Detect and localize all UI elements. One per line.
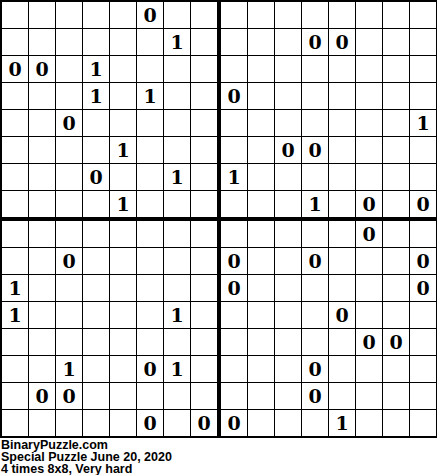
cell-r13c4[interactable] xyxy=(83,329,109,355)
cell-r10c1[interactable] xyxy=(2,248,28,274)
cell-r2c1[interactable] xyxy=(2,29,28,55)
cell-r12c9[interactable] xyxy=(221,302,247,328)
cell-r13c13[interactable] xyxy=(329,329,355,355)
cell-r1c7[interactable] xyxy=(164,2,190,28)
cell-r6c2[interactable] xyxy=(29,137,55,163)
cell-r11c12[interactable] xyxy=(302,275,328,301)
cell-r16c13: 1 xyxy=(329,410,355,436)
cell-r8c12: 1 xyxy=(302,191,328,217)
cell-r2c12: 0 xyxy=(302,29,328,55)
cell-r6c15[interactable] xyxy=(383,137,409,163)
cell-r14c7: 1 xyxy=(164,356,190,382)
cell-r1c12[interactable] xyxy=(302,2,328,28)
cell-r15c10[interactable] xyxy=(248,383,274,409)
cell-r16c2[interactable] xyxy=(29,410,55,436)
cell-r8c5: 1 xyxy=(110,191,136,217)
cell-r3c7[interactable] xyxy=(164,56,190,82)
cell-r15c5[interactable] xyxy=(110,383,136,409)
cell-r7c16[interactable] xyxy=(410,164,436,190)
cell-r6c1[interactable] xyxy=(2,137,28,163)
cell-r14c6: 0 xyxy=(137,356,163,382)
cell-r10c13[interactable] xyxy=(329,248,355,274)
cell-r15c2: 0 xyxy=(29,383,55,409)
cell-r10c4[interactable] xyxy=(83,248,109,274)
cell-r3c10[interactable] xyxy=(248,56,274,82)
cell-r10c5[interactable] xyxy=(110,248,136,274)
cell-r11c5[interactable] xyxy=(110,275,136,301)
cell-r3c3[interactable] xyxy=(56,56,82,82)
cell-r8c10[interactable] xyxy=(248,191,274,217)
cell-r4c3[interactable] xyxy=(56,83,82,109)
cell-r2c10[interactable] xyxy=(248,29,274,55)
cell-r9c3[interactable] xyxy=(56,221,82,247)
cell-r11c1: 1 xyxy=(2,275,28,301)
cell-r10c15[interactable] xyxy=(383,248,409,274)
cell-r14c3: 1 xyxy=(56,356,82,382)
cell-r5c14[interactable] xyxy=(356,110,382,136)
cell-r4c6: 1 xyxy=(137,83,163,109)
cell-r8c1[interactable] xyxy=(2,191,28,217)
cell-r16c1[interactable] xyxy=(2,410,28,436)
cell-r10c16: 0 xyxy=(410,248,436,274)
cell-r3c13[interactable] xyxy=(329,56,355,82)
binary-puzzle-board: 010011101011 0001001100 01111010000 0000… xyxy=(0,0,437,438)
cell-r5c1[interactable] xyxy=(2,110,28,136)
cell-r12c12[interactable] xyxy=(302,302,328,328)
cell-r12c10[interactable] xyxy=(248,302,274,328)
cell-r13c7[interactable] xyxy=(164,329,190,355)
cell-r5c10[interactable] xyxy=(248,110,274,136)
cell-r10c8[interactable] xyxy=(191,248,217,274)
cell-r6c9[interactable] xyxy=(221,137,247,163)
cell-r7c12[interactable] xyxy=(302,164,328,190)
cell-r14c10[interactable] xyxy=(248,356,274,382)
cell-r9c11[interactable] xyxy=(275,221,301,247)
cell-r5c3: 0 xyxy=(56,110,82,136)
cell-r11c11[interactable] xyxy=(275,275,301,301)
cell-r2c3[interactable] xyxy=(56,29,82,55)
cell-r5c11[interactable] xyxy=(275,110,301,136)
cell-r12c8[interactable] xyxy=(191,302,217,328)
cell-r5c2[interactable] xyxy=(29,110,55,136)
cell-r2c4[interactable] xyxy=(83,29,109,55)
cell-r7c4: 0 xyxy=(83,164,109,190)
cell-r10c7[interactable] xyxy=(164,248,190,274)
cell-r6c12: 0 xyxy=(302,137,328,163)
cell-r12c13: 0 xyxy=(329,302,355,328)
cell-r2c6[interactable] xyxy=(137,29,163,55)
cell-r6c14[interactable] xyxy=(356,137,382,163)
cell-r14c2[interactable] xyxy=(29,356,55,382)
cell-r14c12: 0 xyxy=(302,356,328,382)
cell-r16c12[interactable] xyxy=(302,410,328,436)
cell-r4c2[interactable] xyxy=(29,83,55,109)
cell-r16c10[interactable] xyxy=(248,410,274,436)
cell-r15c3: 0 xyxy=(56,383,82,409)
cell-r7c9: 1 xyxy=(221,164,247,190)
cell-r1c15[interactable] xyxy=(383,2,409,28)
cell-r2c11[interactable] xyxy=(275,29,301,55)
cell-r1c14[interactable] xyxy=(356,2,382,28)
cell-r5c7[interactable] xyxy=(164,110,190,136)
cell-r7c13[interactable] xyxy=(329,164,355,190)
cell-r13c10[interactable] xyxy=(248,329,274,355)
cell-r10c6[interactable] xyxy=(137,248,163,274)
cell-r14c8[interactable] xyxy=(191,356,217,382)
cell-r8c15[interactable] xyxy=(383,191,409,217)
cell-r2c5[interactable] xyxy=(110,29,136,55)
cell-r14c4[interactable] xyxy=(83,356,109,382)
cell-r2c16[interactable] xyxy=(410,29,436,55)
cell-r7c15[interactable] xyxy=(383,164,409,190)
cell-r3c11[interactable] xyxy=(275,56,301,82)
cell-r6c10[interactable] xyxy=(248,137,274,163)
cell-r13c9[interactable] xyxy=(221,329,247,355)
cell-r3c1: 0 xyxy=(2,56,28,82)
cell-r12c2[interactable] xyxy=(29,302,55,328)
cell-r6c16[interactable] xyxy=(410,137,436,163)
cell-r4c13[interactable] xyxy=(329,83,355,109)
cell-r11c9: 0 xyxy=(221,275,247,301)
cell-r9c15[interactable] xyxy=(383,221,409,247)
cell-r15c16[interactable] xyxy=(410,383,436,409)
cell-r1c3[interactable] xyxy=(56,2,82,28)
quadrant-bottom-left: 01111010000 xyxy=(2,221,217,436)
cell-r12c7: 1 xyxy=(164,302,190,328)
cell-r4c10[interactable] xyxy=(248,83,274,109)
cell-r15c15[interactable] xyxy=(383,383,409,409)
cell-r11c3[interactable] xyxy=(56,275,82,301)
cell-r2c14[interactable] xyxy=(356,29,382,55)
cell-r8c2[interactable] xyxy=(29,191,55,217)
cell-r4c7[interactable] xyxy=(164,83,190,109)
cell-r12c5[interactable] xyxy=(110,302,136,328)
cell-r7c3[interactable] xyxy=(56,164,82,190)
cell-r9c4[interactable] xyxy=(83,221,109,247)
cell-r10c2[interactable] xyxy=(29,248,55,274)
cell-r9c2[interactable] xyxy=(29,221,55,247)
cell-r5c16: 1 xyxy=(410,110,436,136)
cell-r14c5[interactable] xyxy=(110,356,136,382)
cell-r11c7[interactable] xyxy=(164,275,190,301)
cell-r12c11[interactable] xyxy=(275,302,301,328)
cell-r7c7: 1 xyxy=(164,164,190,190)
cell-r9c6[interactable] xyxy=(137,221,163,247)
cell-r1c1[interactable] xyxy=(2,2,28,28)
cell-r9c12[interactable] xyxy=(302,221,328,247)
cell-r13c16[interactable] xyxy=(410,329,436,355)
cell-r2c8[interactable] xyxy=(191,29,217,55)
cell-r15c8[interactable] xyxy=(191,383,217,409)
cell-r11c13[interactable] xyxy=(329,275,355,301)
cell-r14c9[interactable] xyxy=(221,356,247,382)
cell-r1c9[interactable] xyxy=(221,2,247,28)
cell-r13c5[interactable] xyxy=(110,329,136,355)
cell-r7c6[interactable] xyxy=(137,164,163,190)
cell-r9c14: 0 xyxy=(356,221,382,247)
cell-r3c12[interactable] xyxy=(302,56,328,82)
cell-r3c14[interactable] xyxy=(356,56,382,82)
cell-r16c4[interactable] xyxy=(83,410,109,436)
cell-r8c3[interactable] xyxy=(56,191,82,217)
cell-r16c9: 0 xyxy=(221,410,247,436)
cell-r11c14[interactable] xyxy=(356,275,382,301)
cell-r5c12[interactable] xyxy=(302,110,328,136)
cell-r8c11[interactable] xyxy=(275,191,301,217)
cell-r16c16[interactable] xyxy=(410,410,436,436)
cell-r11c15[interactable] xyxy=(383,275,409,301)
cell-r12c4[interactable] xyxy=(83,302,109,328)
cell-r12c3[interactable] xyxy=(56,302,82,328)
cell-r1c2[interactable] xyxy=(29,2,55,28)
cell-r13c15: 0 xyxy=(383,329,409,355)
cell-r6c4[interactable] xyxy=(83,137,109,163)
cell-r15c14[interactable] xyxy=(356,383,382,409)
cell-r11c2[interactable] xyxy=(29,275,55,301)
cell-r7c14[interactable] xyxy=(356,164,382,190)
cell-r1c5[interactable] xyxy=(110,2,136,28)
cell-r16c8: 0 xyxy=(191,410,217,436)
cell-r14c15[interactable] xyxy=(383,356,409,382)
cell-r3c9[interactable] xyxy=(221,56,247,82)
quadrant-top-right: 0001001100 xyxy=(221,2,436,217)
cell-r15c7[interactable] xyxy=(164,383,190,409)
cell-r2c2[interactable] xyxy=(29,29,55,55)
cell-r4c8[interactable] xyxy=(191,83,217,109)
cell-r8c16: 0 xyxy=(410,191,436,217)
cell-r10c12: 0 xyxy=(302,248,328,274)
cell-r14c16[interactable] xyxy=(410,356,436,382)
cell-r3c15[interactable] xyxy=(383,56,409,82)
cell-r16c15[interactable] xyxy=(383,410,409,436)
cell-r2c7: 1 xyxy=(164,29,190,55)
cell-r10c9: 0 xyxy=(221,248,247,274)
cell-r4c4: 1 xyxy=(83,83,109,109)
cell-r3c5[interactable] xyxy=(110,56,136,82)
cell-r6c7[interactable] xyxy=(164,137,190,163)
cell-r3c8[interactable] xyxy=(191,56,217,82)
cell-r6c13[interactable] xyxy=(329,137,355,163)
cell-r12c1: 1 xyxy=(2,302,28,328)
cell-r8c9[interactable] xyxy=(221,191,247,217)
cell-r1c6: 0 xyxy=(137,2,163,28)
cell-r16c3[interactable] xyxy=(56,410,82,436)
cell-r7c5[interactable] xyxy=(110,164,136,190)
cell-r2c9[interactable] xyxy=(221,29,247,55)
cell-r7c8[interactable] xyxy=(191,164,217,190)
cell-r15c12: 0 xyxy=(302,383,328,409)
cell-r16c5[interactable] xyxy=(110,410,136,436)
cell-r9c16[interactable] xyxy=(410,221,436,247)
cell-r5c15[interactable] xyxy=(383,110,409,136)
cell-r15c13[interactable] xyxy=(329,383,355,409)
cell-r9c10[interactable] xyxy=(248,221,274,247)
cell-r2c13: 0 xyxy=(329,29,355,55)
cell-r3c6[interactable] xyxy=(137,56,163,82)
cell-r3c2: 0 xyxy=(29,56,55,82)
cell-r13c3[interactable] xyxy=(56,329,82,355)
cell-r10c10[interactable] xyxy=(248,248,274,274)
cell-r4c11[interactable] xyxy=(275,83,301,109)
cell-r11c8[interactable] xyxy=(191,275,217,301)
cell-r14c13[interactable] xyxy=(329,356,355,382)
cell-r10c11[interactable] xyxy=(275,248,301,274)
cell-r12c15[interactable] xyxy=(383,302,409,328)
cell-r8c8[interactable] xyxy=(191,191,217,217)
cell-r1c8[interactable] xyxy=(191,2,217,28)
cell-r8c4[interactable] xyxy=(83,191,109,217)
cell-r13c2[interactable] xyxy=(29,329,55,355)
cell-r6c8[interactable] xyxy=(191,137,217,163)
cell-r8c7[interactable] xyxy=(164,191,190,217)
cell-r13c1[interactable] xyxy=(2,329,28,355)
cell-r6c6[interactable] xyxy=(137,137,163,163)
cell-r11c16: 0 xyxy=(410,275,436,301)
cell-r9c5[interactable] xyxy=(110,221,136,247)
cell-r9c8[interactable] xyxy=(191,221,217,247)
cell-r1c11[interactable] xyxy=(275,2,301,28)
cell-r12c14[interactable] xyxy=(356,302,382,328)
cell-r11c4[interactable] xyxy=(83,275,109,301)
cell-r13c11[interactable] xyxy=(275,329,301,355)
cell-r16c14[interactable] xyxy=(356,410,382,436)
cell-r6c3[interactable] xyxy=(56,137,82,163)
cell-r8c14: 0 xyxy=(356,191,382,217)
quadrant-bottom-right: 0000000000001 xyxy=(221,221,436,436)
cell-r9c13[interactable] xyxy=(329,221,355,247)
cell-r15c4[interactable] xyxy=(83,383,109,409)
cell-r8c13[interactable] xyxy=(329,191,355,217)
cell-r6c5: 1 xyxy=(110,137,136,163)
cell-r13c6[interactable] xyxy=(137,329,163,355)
cell-r7c1[interactable] xyxy=(2,164,28,190)
cell-r5c9[interactable] xyxy=(221,110,247,136)
cell-r9c7[interactable] xyxy=(164,221,190,247)
cell-r7c10[interactable] xyxy=(248,164,274,190)
cell-r4c16[interactable] xyxy=(410,83,436,109)
cell-r4c9: 0 xyxy=(221,83,247,109)
quadrant-top-left: 010011101011 xyxy=(2,2,217,217)
cell-r16c6: 0 xyxy=(137,410,163,436)
cell-r5c13[interactable] xyxy=(329,110,355,136)
cell-r1c16[interactable] xyxy=(410,2,436,28)
cell-r4c15[interactable] xyxy=(383,83,409,109)
cell-r5c6[interactable] xyxy=(137,110,163,136)
cell-r3c16[interactable] xyxy=(410,56,436,82)
cell-r3c4: 1 xyxy=(83,56,109,82)
cell-r5c4[interactable] xyxy=(83,110,109,136)
cell-r4c14[interactable] xyxy=(356,83,382,109)
cell-r2c15[interactable] xyxy=(383,29,409,55)
cell-r11c6[interactable] xyxy=(137,275,163,301)
cell-r16c7[interactable] xyxy=(164,410,190,436)
cell-r9c1[interactable] xyxy=(2,221,28,247)
cell-r1c10[interactable] xyxy=(248,2,274,28)
cell-r9c9[interactable] xyxy=(221,221,247,247)
cell-r4c12[interactable] xyxy=(302,83,328,109)
cell-r10c3: 0 xyxy=(56,248,82,274)
cell-r1c13[interactable] xyxy=(329,2,355,28)
cell-r4c5[interactable] xyxy=(110,83,136,109)
cell-r16c11[interactable] xyxy=(275,410,301,436)
cell-r5c8[interactable] xyxy=(191,110,217,136)
cell-r4c1[interactable] xyxy=(2,83,28,109)
cell-r14c14[interactable] xyxy=(356,356,382,382)
cell-r15c9[interactable] xyxy=(221,383,247,409)
cell-r15c1[interactable] xyxy=(2,383,28,409)
cell-r14c11[interactable] xyxy=(275,356,301,382)
cell-r15c11[interactable] xyxy=(275,383,301,409)
cell-r7c11[interactable] xyxy=(275,164,301,190)
cell-r12c16[interactable] xyxy=(410,302,436,328)
cell-r13c14: 0 xyxy=(356,329,382,355)
cell-r13c8[interactable] xyxy=(191,329,217,355)
cell-r8c6[interactable] xyxy=(137,191,163,217)
cell-r12c6[interactable] xyxy=(137,302,163,328)
cell-r1c4[interactable] xyxy=(83,2,109,28)
cell-r5c5[interactable] xyxy=(110,110,136,136)
cell-r10c14[interactable] xyxy=(356,248,382,274)
cell-r7c2[interactable] xyxy=(29,164,55,190)
puzzle-spec: 4 times 8x8, Very hard xyxy=(1,463,437,475)
cell-r14c1[interactable] xyxy=(2,356,28,382)
cell-r6c11: 0 xyxy=(275,137,301,163)
cell-r15c6[interactable] xyxy=(137,383,163,409)
cell-r13c12[interactable] xyxy=(302,329,328,355)
footer: BinaryPuzzle.com Special Puzzle June 20,… xyxy=(0,438,437,475)
cell-r11c10[interactable] xyxy=(248,275,274,301)
